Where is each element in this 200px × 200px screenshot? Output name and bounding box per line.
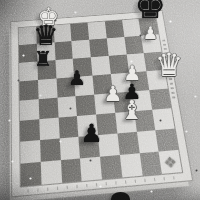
- square-c5: [56, 77, 76, 98]
- square-b8: [36, 25, 54, 43]
- square-d4: [76, 95, 96, 116]
- chessboard: ❖: [11, 11, 192, 196]
- square-a8: [19, 27, 37, 45]
- square-e2: [98, 133, 120, 156]
- square-b1: [41, 160, 62, 185]
- square-e1: [100, 155, 122, 179]
- photo-canvas: ❖ ♚♚♟♛♜♛♟♟♟♟♝♟: [0, 0, 200, 200]
- square-a4: [20, 99, 39, 121]
- square-d5: [74, 76, 94, 97]
- square-h7: [141, 34, 161, 53]
- square-f5: [111, 73, 132, 93]
- square-e4: [94, 93, 115, 114]
- square-h6: [144, 52, 165, 72]
- square-d2: [79, 135, 100, 158]
- square-c6: [55, 59, 74, 79]
- square-a2: [20, 140, 40, 164]
- square-e7: [89, 38, 108, 57]
- square-h1: ❖: [159, 150, 182, 174]
- square-c4: [57, 96, 77, 117]
- square-h5: [147, 70, 168, 90]
- square-d1: [80, 157, 102, 181]
- square-f7: [107, 37, 127, 56]
- square-h2: [156, 129, 179, 152]
- square-b4: [38, 98, 58, 120]
- square-h8: [139, 18, 159, 36]
- board-playing-area: ❖: [19, 18, 182, 187]
- offboard-piece-partial: [111, 192, 130, 200]
- square-e5: [92, 74, 112, 94]
- square-d7: [72, 40, 91, 59]
- board-corner-emblem: ❖: [159, 150, 182, 174]
- square-b7: [37, 42, 56, 61]
- square-a5: [19, 80, 38, 101]
- square-f6: [109, 54, 129, 74]
- square-h3: [152, 108, 174, 130]
- square-a6: [19, 62, 38, 82]
- square-c8: [53, 24, 71, 42]
- square-f8: [105, 20, 124, 38]
- square-e6: [91, 56, 111, 76]
- square-d3: [77, 114, 98, 136]
- square-d6: [73, 57, 93, 77]
- square-e8: [88, 21, 107, 39]
- square-d8: [70, 23, 89, 41]
- square-b2: [40, 138, 61, 161]
- square-b6: [37, 60, 56, 80]
- square-b3: [39, 118, 59, 140]
- square-c1: [60, 158, 81, 182]
- square-c7: [54, 41, 73, 60]
- square-b5: [38, 78, 57, 99]
- square-c3: [58, 116, 79, 138]
- square-a3: [20, 119, 40, 142]
- table-speckles: [0, 0, 1, 1]
- square-a1: [21, 162, 42, 187]
- square-h4: [149, 89, 171, 110]
- square-a7: [19, 44, 37, 63]
- square-e3: [96, 113, 117, 135]
- square-c2: [59, 137, 80, 160]
